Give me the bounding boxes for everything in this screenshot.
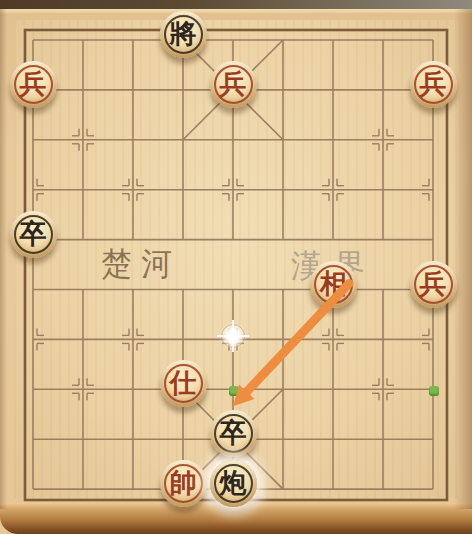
xiangqi-board-root: 楚河 漢界 將兵兵兵卒相兵仕卒帥炮 <box>0 0 472 534</box>
hint-arrow <box>0 0 472 534</box>
sparkle-cursor <box>220 323 246 349</box>
sparkle-ray-v <box>232 320 234 352</box>
